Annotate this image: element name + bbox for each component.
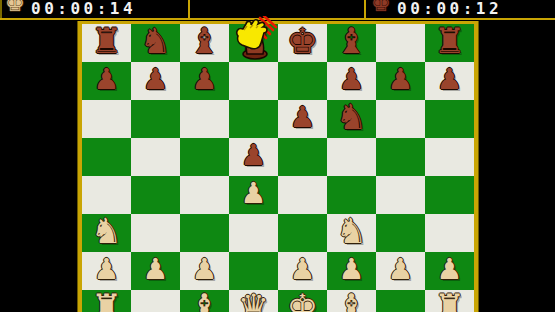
- black-rook: ♜: [91, 22, 122, 60]
- square-a3[interactable]: ♞: [82, 214, 131, 252]
- square-f3[interactable]: ♞: [327, 214, 376, 252]
- white-queen: ♛: [238, 288, 269, 312]
- white-clock-time: 00:00:14: [31, 0, 136, 18]
- white-king-icon: ♚: [5, 0, 25, 15]
- square-b8[interactable]: ♞: [131, 24, 180, 62]
- square-b4[interactable]: [131, 176, 180, 214]
- square-c1[interactable]: ♝: [180, 290, 229, 312]
- square-f5[interactable]: [327, 138, 376, 176]
- game-screen: ♚ 00:00:14 ♚ 00:00:12 ♜♞♝♛ ♚♝♜♟♟♟♟♟: [0, 0, 555, 312]
- square-c4[interactable]: [180, 176, 229, 214]
- white-knight: ♞: [91, 212, 122, 250]
- square-g5[interactable]: [376, 138, 425, 176]
- square-f4[interactable]: [327, 176, 376, 214]
- white-pawn: ♟: [290, 250, 316, 288]
- square-g2[interactable]: ♟: [376, 252, 425, 290]
- black-knight: ♞: [140, 22, 171, 60]
- white-clock: ♚ 00:00:14: [0, 0, 188, 18]
- black-king: ♚: [287, 22, 318, 60]
- square-d1[interactable]: ♛: [229, 290, 278, 312]
- black-clock-border: [364, 0, 366, 20]
- square-e5[interactable]: [278, 138, 327, 176]
- square-b5[interactable]: [131, 138, 180, 176]
- black-pawn: ♟: [94, 60, 120, 98]
- square-a7[interactable]: ♟: [82, 62, 131, 100]
- square-f6[interactable]: ♞: [327, 100, 376, 138]
- white-pawn: ♟: [241, 174, 267, 212]
- square-a1[interactable]: ♜: [82, 290, 131, 312]
- square-d5[interactable]: ♟: [229, 138, 278, 176]
- black-clock: ♚ 00:00:12: [366, 0, 555, 18]
- square-g7[interactable]: ♟: [376, 62, 425, 100]
- square-h5[interactable]: [425, 138, 474, 176]
- square-c3[interactable]: [180, 214, 229, 252]
- black-pawn: ♟: [192, 60, 218, 98]
- square-c5[interactable]: [180, 138, 229, 176]
- square-a8[interactable]: ♜: [82, 24, 131, 62]
- black-pawn: ♟: [339, 60, 365, 98]
- square-g3[interactable]: [376, 214, 425, 252]
- black-pawn: ♟: [143, 60, 169, 98]
- white-clock-border: [188, 0, 190, 20]
- white-knight: ♞: [336, 212, 367, 250]
- square-c8[interactable]: ♝: [180, 24, 229, 62]
- square-h3[interactable]: [425, 214, 474, 252]
- square-f8[interactable]: ♝: [327, 24, 376, 62]
- square-e2[interactable]: ♟: [278, 252, 327, 290]
- black-knight: ♞: [336, 98, 367, 136]
- square-g8[interactable]: [376, 24, 425, 62]
- hand-cursor: [230, 16, 278, 60]
- square-d8[interactable]: ♛: [229, 24, 278, 62]
- black-pawn: ♟: [290, 98, 316, 136]
- square-d2[interactable]: [229, 252, 278, 290]
- square-d7[interactable]: [229, 62, 278, 100]
- white-bishop: ♝: [189, 288, 220, 312]
- square-h4[interactable]: [425, 176, 474, 214]
- square-h8[interactable]: ♜: [425, 24, 474, 62]
- square-g4[interactable]: [376, 176, 425, 214]
- square-g6[interactable]: [376, 100, 425, 138]
- square-b3[interactable]: [131, 214, 180, 252]
- square-d4[interactable]: ♟: [229, 176, 278, 214]
- square-a6[interactable]: [82, 100, 131, 138]
- black-bishop: ♝: [336, 22, 367, 60]
- black-bishop: ♝: [189, 22, 220, 60]
- square-c6[interactable]: [180, 100, 229, 138]
- white-pawn: ♟: [339, 250, 365, 288]
- square-f2[interactable]: ♟: [327, 252, 376, 290]
- white-pawn: ♟: [94, 250, 120, 288]
- white-rook: ♜: [91, 288, 122, 312]
- board: ♜♞♝♛ ♚♝♜♟♟♟♟♟♟♟♞♟♟♞♞♟♟♟♟♟♟♟♜♝♛♚♝♜: [82, 24, 474, 312]
- square-e1[interactable]: ♚: [278, 290, 327, 312]
- board-border-right: [474, 21, 478, 312]
- black-pawn: ♟: [241, 136, 267, 174]
- white-bishop: ♝: [336, 288, 367, 312]
- white-rook: ♜: [434, 288, 465, 312]
- white-pawn: ♟: [388, 250, 414, 288]
- square-h6[interactable]: [425, 100, 474, 138]
- hand-cursor-overlay: [230, 16, 278, 60]
- square-b2[interactable]: ♟: [131, 252, 180, 290]
- square-d3[interactable]: [229, 214, 278, 252]
- square-a2[interactable]: ♟: [82, 252, 131, 290]
- square-h1[interactable]: ♜: [425, 290, 474, 312]
- white-king: ♚: [287, 288, 318, 312]
- square-e8[interactable]: ♚: [278, 24, 327, 62]
- square-e7[interactable]: [278, 62, 327, 100]
- square-h7[interactable]: ♟: [425, 62, 474, 100]
- square-d6[interactable]: [229, 100, 278, 138]
- square-e3[interactable]: [278, 214, 327, 252]
- square-a5[interactable]: [82, 138, 131, 176]
- square-g1[interactable]: [376, 290, 425, 312]
- screen-edge-line: [0, 0, 2, 20]
- square-b7[interactable]: ♟: [131, 62, 180, 100]
- black-pawn: ♟: [437, 60, 463, 98]
- black-pawn: ♟: [388, 60, 414, 98]
- white-pawn: ♟: [192, 250, 218, 288]
- square-f1[interactable]: ♝: [327, 290, 376, 312]
- square-e4[interactable]: [278, 176, 327, 214]
- square-f7[interactable]: ♟: [327, 62, 376, 100]
- black-rook: ♜: [434, 22, 465, 60]
- square-e6[interactable]: ♟: [278, 100, 327, 138]
- square-c2[interactable]: ♟: [180, 252, 229, 290]
- square-b6[interactable]: [131, 100, 180, 138]
- square-h2[interactable]: ♟: [425, 252, 474, 290]
- square-b1[interactable]: [131, 290, 180, 312]
- square-c7[interactable]: ♟: [180, 62, 229, 100]
- square-a4[interactable]: [82, 176, 131, 214]
- white-pawn: ♟: [437, 250, 463, 288]
- white-pawn: ♟: [143, 250, 169, 288]
- black-clock-time: 00:00:12: [397, 0, 502, 18]
- black-king-icon: ♚: [371, 0, 391, 15]
